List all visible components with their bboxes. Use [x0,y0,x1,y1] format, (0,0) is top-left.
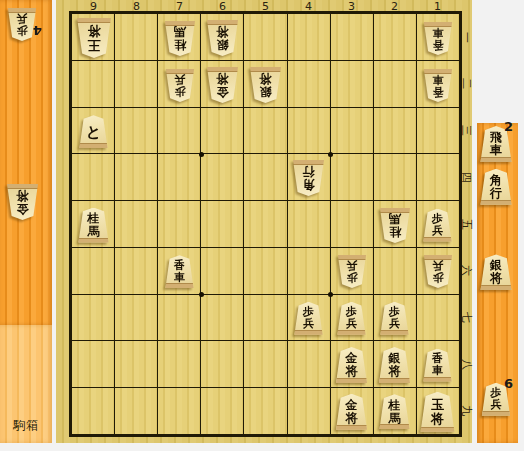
square-6-9[interactable] [201,388,243,434]
square-6-3[interactable] [201,108,243,154]
square-2-3[interactable] [374,108,416,154]
piece-box[interactable]: 駒箱 [0,325,52,443]
piece-kanji: 銀 [217,38,229,51]
square-4-8[interactable] [288,341,330,387]
shogi-piece-gote-歩兵[interactable]: 歩兵 [165,69,195,102]
piece-kanji: 将 [217,72,229,85]
square-4-1[interactable] [288,14,330,60]
square-5-3[interactable] [244,108,286,154]
square-8-2[interactable] [115,61,157,107]
shogi-piece-sente-桂馬[interactable]: 桂馬 [78,208,110,243]
shogi-piece-sente-角行[interactable]: 角行 [480,169,513,205]
shogi-piece-gote-歩兵[interactable]: 歩兵 [423,255,453,288]
piece-kanji: 兵 [303,318,314,330]
square-8-1[interactable] [115,14,157,60]
gote-captured-tray[interactable] [0,0,52,325]
captured-count-gote-歩兵: 4 [33,23,42,38]
shogi-piece-gote-銀将[interactable]: 銀将 [249,67,282,103]
piece-kanji: 将 [490,272,502,285]
square-6-6[interactable] [201,248,243,294]
square-9-6[interactable] [72,248,114,294]
square-6-4[interactable] [201,154,243,200]
piece-kanji: 兵 [174,73,185,85]
square-3-1[interactable] [331,14,373,60]
piece-kanji: 兵 [389,318,400,330]
piece-kanji: 兵 [432,225,443,237]
piece-kanji: と [86,124,101,140]
piece-kanji: 歩 [346,272,357,284]
square-8-9[interactable] [115,388,157,434]
square-7-9[interactable] [158,388,200,434]
square-2-1[interactable] [374,14,416,60]
square-9-7[interactable] [72,295,114,341]
shogi-piece-gote-歩兵[interactable]: 歩兵 [337,255,367,288]
square-8-7[interactable] [115,295,157,341]
square-5-5[interactable] [244,201,286,247]
piece-kanji: 角 [303,178,315,191]
shogi-piece-gote-王将[interactable]: 王将 [76,18,112,58]
piece-kanji: 王 [87,38,100,52]
square-9-8[interactable] [72,341,114,387]
piece-kanji: 兵 [346,260,357,272]
star-point [328,292,333,297]
square-3-3[interactable] [331,108,373,154]
shogi-piece-gote-金将[interactable]: 金将 [206,67,239,103]
piece-kanji: 馬 [88,225,100,238]
square-7-5[interactable] [158,201,200,247]
square-1-7[interactable] [417,295,459,341]
shogi-piece-gote-桂馬[interactable]: 桂馬 [164,21,196,56]
shogi-piece-gote-香車[interactable]: 香車 [423,22,453,55]
star-point [199,152,204,157]
shogi-piece-sente-と[interactable]: と [79,115,109,148]
shogi-piece-gote-角行[interactable]: 角行 [292,160,325,196]
piece-kanji: 香 [174,260,185,272]
piece-kanji: 車 [490,144,502,157]
shogi-piece-sente-歩兵[interactable]: 歩兵 [380,302,410,335]
square-8-3[interactable] [115,108,157,154]
square-8-8[interactable] [115,341,157,387]
piece-kanji: 将 [260,72,272,85]
shogi-piece-sente-玉将[interactable]: 玉将 [420,392,456,432]
piece-kanji: 香 [432,38,443,50]
square-5-1[interactable] [244,14,286,60]
square-4-3[interactable] [288,108,330,154]
piece-box-label: 駒箱 [0,417,52,434]
square-6-7[interactable] [201,295,243,341]
piece-kanji: 香 [432,85,443,97]
shogi-piece-sente-歩兵[interactable]: 歩兵 [337,302,367,335]
piece-kanji: 兵 [17,13,28,25]
piece-kanji: 行 [303,165,315,178]
shogi-piece-sente-銀将[interactable]: 銀将 [480,254,513,290]
square-8-4[interactable] [115,154,157,200]
square-9-4[interactable] [72,154,114,200]
shogi-piece-sente-銀将[interactable]: 銀将 [378,347,411,383]
square-3-5[interactable] [331,201,373,247]
square-5-8[interactable] [244,341,286,387]
shogi-piece-gote-金将[interactable]: 金将 [6,184,39,220]
square-4-6[interactable] [288,248,330,294]
square-2-4[interactable] [374,154,416,200]
piece-kanji: 将 [346,412,358,425]
square-4-2[interactable] [288,61,330,107]
piece-kanji: 角 [490,174,502,187]
square-4-5[interactable] [288,201,330,247]
square-1-3[interactable] [417,108,459,154]
square-7-4[interactable] [158,154,200,200]
piece-kanji: 歩 [432,272,443,284]
piece-kanji: 将 [346,365,358,378]
piece-kanji: 金 [16,202,28,215]
star-point [328,152,333,157]
piece-kanji: 行 [490,187,502,200]
piece-kanji: 馬 [389,412,401,425]
piece-kanji: 馬 [174,25,186,38]
square-3-4[interactable] [331,154,373,200]
piece-kanji: 銀 [260,85,272,98]
piece-kanji: 将 [87,24,100,38]
square-6-8[interactable] [201,341,243,387]
piece-kanji: 桂 [389,399,401,412]
piece-kanji: 将 [16,189,28,202]
square-8-6[interactable] [115,248,157,294]
shogi-piece-sente-歩兵[interactable]: 歩兵 [294,302,324,335]
piece-kanji: 歩 [17,25,28,37]
shogi-piece-gote-桂馬[interactable]: 桂馬 [379,208,411,243]
piece-kanji: 金 [346,399,358,412]
piece-kanji: 兵 [432,260,443,272]
square-7-3[interactable] [158,108,200,154]
shogi-piece-sente-金将[interactable]: 金将 [335,394,368,430]
captured-count-sente-歩兵: 6 [504,376,513,391]
square-8-5[interactable] [115,201,157,247]
square-5-7[interactable] [244,295,286,341]
piece-kanji: 車 [432,26,443,38]
piece-kanji: 桂 [389,225,401,238]
piece-kanji: 将 [431,412,444,426]
square-5-6[interactable] [244,248,286,294]
piece-kanji: 車 [432,73,443,85]
square-3-2[interactable] [331,61,373,107]
star-point [199,292,204,297]
piece-kanji: 車 [432,365,443,377]
piece-kanji: 将 [389,365,401,378]
square-7-7[interactable] [158,295,200,341]
square-5-4[interactable] [244,154,286,200]
shogi-app-window: 駒箱 987654321 一二三四五六七八九 王将桂馬銀将香車歩兵金将銀将香車と… [0,0,524,451]
square-5-9[interactable] [244,388,286,434]
square-1-4[interactable] [417,154,459,200]
piece-kanji: 兵 [346,318,357,330]
shogi-piece-sente-金将[interactable]: 金将 [335,347,368,383]
shogi-piece-gote-銀将[interactable]: 銀将 [206,20,239,56]
shogi-piece-sente-香車[interactable]: 香車 [423,349,453,382]
piece-kanji: 将 [217,25,229,38]
piece-kanji: 兵 [491,399,502,411]
square-2-2[interactable] [374,61,416,107]
square-2-6[interactable] [374,248,416,294]
square-9-9[interactable] [72,388,114,434]
shogi-piece-sente-香車[interactable]: 香車 [165,255,195,288]
square-7-8[interactable] [158,341,200,387]
piece-kanji: 桂 [174,38,186,51]
piece-kanji: 歩 [174,85,185,97]
shogi-piece-gote-香車[interactable]: 香車 [423,69,453,102]
shogi-piece-sente-桂馬[interactable]: 桂馬 [379,394,411,429]
square-4-9[interactable] [288,388,330,434]
shogi-piece-sente-歩兵[interactable]: 歩兵 [423,209,453,242]
piece-kanji: 馬 [389,212,401,225]
piece-kanji: 金 [217,85,229,98]
captured-count-sente-飛車: 2 [504,119,513,134]
piece-kanji: 玉 [431,398,444,412]
square-9-2[interactable] [72,61,114,107]
piece-kanji: 車 [174,272,185,284]
square-6-5[interactable] [201,201,243,247]
